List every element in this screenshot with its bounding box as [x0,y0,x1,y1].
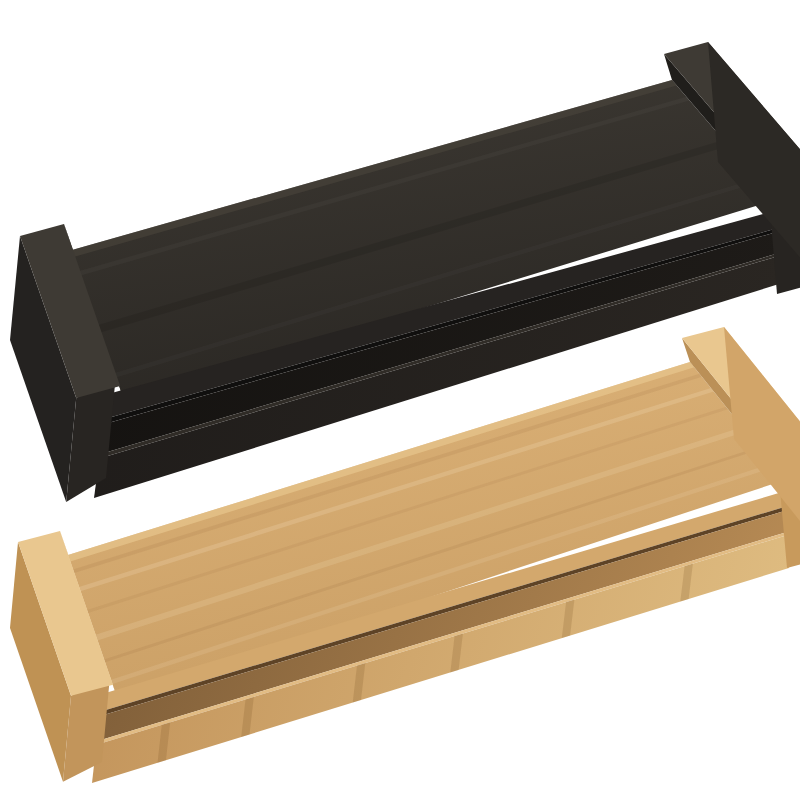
two-rack-scene [0,0,800,800]
product-photo [0,0,800,800]
